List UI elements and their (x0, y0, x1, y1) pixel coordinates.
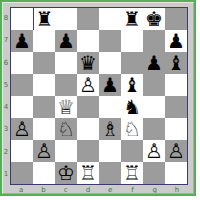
square-f4[interactable]: ♞ (121, 96, 143, 118)
piece-black-bishop: ♝ (165, 52, 187, 74)
rank-label-5: 5 (2, 74, 10, 96)
square-c8[interactable] (55, 8, 77, 30)
piece-black-knight: ♞ (121, 96, 143, 118)
piece-white-knight: ♘ (55, 118, 77, 140)
square-c2[interactable] (55, 140, 77, 162)
rank-label-3: 3 (2, 118, 10, 140)
piece-white-pawn: ♙ (143, 140, 165, 162)
file-labels: abcdefgh (10, 186, 188, 196)
piece-black-pawn: ♟ (11, 30, 33, 52)
square-g1[interactable] (143, 162, 165, 184)
square-e6[interactable] (99, 52, 121, 74)
piece-white-pawn: ♙ (11, 118, 33, 140)
piece-black-pawn: ♟ (55, 30, 77, 52)
square-h8[interactable] (165, 8, 187, 30)
piece-white-knight: ♘ (121, 118, 143, 140)
square-h7[interactable]: ♟ (165, 30, 187, 52)
piece-white-pawn: ♙ (165, 140, 187, 162)
file-label-h: h (166, 186, 188, 196)
square-a8[interactable] (11, 8, 33, 30)
square-f2[interactable] (121, 140, 143, 162)
square-g8[interactable]: ♚ (143, 8, 165, 30)
square-h1[interactable] (165, 162, 187, 184)
rank-label-6: 6 (2, 52, 10, 74)
square-d3[interactable] (77, 118, 99, 140)
square-g4[interactable] (143, 96, 165, 118)
piece-black-pawn: ♟ (143, 52, 165, 74)
file-label-e: e (99, 186, 121, 196)
piece-black-queen: ♛ (77, 52, 99, 74)
square-b7[interactable] (33, 30, 55, 52)
square-a4[interactable] (11, 96, 33, 118)
piece-black-pawn: ♟ (99, 74, 121, 96)
file-label-d: d (77, 186, 99, 196)
square-a1[interactable] (11, 162, 33, 184)
square-d5[interactable]: ♙ (77, 74, 99, 96)
rank-label-8: 8 (2, 7, 10, 29)
square-f3[interactable]: ♘ (121, 118, 143, 140)
square-e7[interactable] (99, 30, 121, 52)
square-d2[interactable] (77, 140, 99, 162)
square-a5[interactable] (11, 74, 33, 96)
square-d7[interactable] (77, 30, 99, 52)
rank-label-2: 2 (2, 141, 10, 163)
square-h5[interactable] (165, 74, 187, 96)
square-c5[interactable] (55, 74, 77, 96)
piece-black-bishop: ♝ (121, 74, 143, 96)
square-e1[interactable] (99, 162, 121, 184)
piece-white-king: ♔ (55, 162, 77, 184)
piece-black-rook: ♜ (34, 8, 55, 30)
square-g7[interactable] (143, 30, 165, 52)
square-g3[interactable] (143, 118, 165, 140)
piece-black-king: ♚ (143, 8, 165, 30)
square-b6[interactable] (33, 52, 55, 74)
piece-white-bishop: ♗ (99, 118, 121, 140)
square-f8[interactable]: ♜ (121, 8, 143, 30)
square-b5[interactable] (33, 74, 55, 96)
file-label-a: a (10, 186, 32, 196)
piece-white-pawn: ♙ (33, 140, 55, 162)
square-a2[interactable] (11, 140, 33, 162)
square-c3[interactable]: ♘ (55, 118, 77, 140)
square-h3[interactable] (165, 118, 187, 140)
square-f5[interactable]: ♝ (121, 74, 143, 96)
square-f1[interactable]: ♖ (121, 162, 143, 184)
square-b3[interactable] (33, 118, 55, 140)
file-label-b: b (32, 186, 54, 196)
square-f6[interactable] (121, 52, 143, 74)
square-h2[interactable]: ♙ (165, 140, 187, 162)
square-a7[interactable]: ♟ (11, 30, 33, 52)
square-f7[interactable] (121, 30, 143, 52)
square-g5[interactable] (143, 74, 165, 96)
chess-board: ♜♜♚♟♟♟♛♟♝♙♟♝♕♞♙♘♗♘♙♙♙♔♖♖ (10, 7, 188, 185)
square-e4[interactable] (99, 96, 121, 118)
square-b1[interactable] (33, 162, 55, 184)
square-d1[interactable]: ♖ (77, 162, 99, 184)
square-e3[interactable]: ♗ (99, 118, 121, 140)
square-c1[interactable]: ♔ (55, 162, 77, 184)
square-b2[interactable]: ♙ (33, 140, 55, 162)
square-a6[interactable] (11, 52, 33, 74)
piece-black-rook: ♜ (121, 8, 143, 30)
piece-white-queen: ♕ (55, 96, 77, 118)
square-h6[interactable]: ♝ (165, 52, 187, 74)
square-d6[interactable]: ♛ (77, 52, 99, 74)
rank-label-1: 1 (2, 163, 10, 185)
square-g2[interactable]: ♙ (143, 140, 165, 162)
square-h4[interactable] (165, 96, 187, 118)
piece-white-rook: ♖ (121, 162, 143, 184)
rank-label-4: 4 (2, 96, 10, 118)
square-c7[interactable]: ♟ (55, 30, 77, 52)
square-b4[interactable] (33, 96, 55, 118)
square-c4[interactable]: ♕ (55, 96, 77, 118)
square-b8[interactable]: ♜ (33, 8, 55, 30)
square-g6[interactable]: ♟ (143, 52, 165, 74)
square-d8[interactable] (77, 8, 99, 30)
rank-labels: 87654321 (2, 7, 10, 185)
piece-white-rook: ♖ (77, 162, 99, 184)
square-e2[interactable] (99, 140, 121, 162)
square-e5[interactable]: ♟ (99, 74, 121, 96)
file-label-g: g (144, 186, 166, 196)
piece-black-pawn: ♟ (165, 30, 187, 52)
chess-board-window: 87654321 ♜♜♚♟♟♟♛♟♝♙♟♝♕♞♙♘♗♘♙♙♙♔♖♖ abcdef… (0, 0, 196, 196)
square-a3[interactable]: ♙ (11, 118, 33, 140)
square-c6[interactable] (55, 52, 77, 74)
square-d4[interactable] (77, 96, 99, 118)
square-e8[interactable] (99, 8, 121, 30)
file-label-f: f (121, 186, 143, 196)
piece-white-pawn: ♙ (77, 74, 99, 96)
rank-label-7: 7 (2, 29, 10, 51)
file-label-c: c (55, 186, 77, 196)
